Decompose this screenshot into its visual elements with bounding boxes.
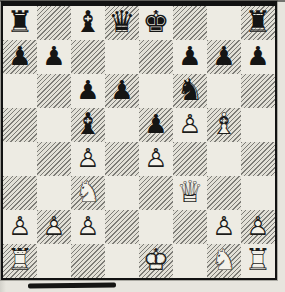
piece-white-knight: ♞♘: [207, 244, 241, 278]
white-piece-outline: ♘: [207, 243, 241, 277]
square-d7: [105, 40, 139, 74]
square-h8: ♜: [241, 6, 275, 40]
square-a2: ♟♙: [3, 210, 37, 244]
square-c1: [71, 244, 105, 278]
square-c6: ♟: [71, 74, 105, 108]
square-g4: [207, 142, 241, 176]
square-d5: [105, 108, 139, 142]
square-h3: [241, 176, 275, 210]
piece-white-pawn: ♟♙: [241, 210, 275, 244]
square-b4: [37, 142, 71, 176]
square-d8: ♛: [105, 6, 139, 40]
square-a1: ♜♖: [3, 244, 37, 278]
square-b6: [37, 74, 71, 108]
square-c8: ♝: [71, 6, 105, 40]
white-piece-outline: ♙: [71, 209, 105, 243]
piece-black-queen: ♛: [105, 6, 139, 40]
square-h7: ♟: [241, 40, 275, 74]
piece-white-king: ♚♔: [139, 244, 173, 278]
square-c5: ♝: [71, 108, 105, 142]
square-d1: [105, 244, 139, 278]
black-piece-glyph: ♟: [173, 39, 207, 73]
black-piece-glyph: ♟: [241, 39, 275, 73]
piece-black-pawn: ♟: [241, 40, 275, 74]
piece-white-pawn: ♟♙: [173, 108, 207, 142]
piece-black-pawn: ♟: [207, 40, 241, 74]
piece-white-pawn: ♟♙: [3, 210, 37, 244]
square-e3: [139, 176, 173, 210]
white-piece-outline: ♕: [173, 175, 207, 209]
black-piece-glyph: ♟: [37, 39, 71, 73]
square-e1: ♚♔: [139, 244, 173, 278]
piece-black-pawn: ♟: [105, 74, 139, 108]
square-f6: ♞: [173, 74, 207, 108]
white-piece-outline: ♔: [139, 243, 173, 277]
piece-white-rook: ♜♖: [3, 244, 37, 278]
white-piece-outline: ♙: [173, 107, 207, 141]
square-b3: [37, 176, 71, 210]
square-d4: [105, 142, 139, 176]
square-a3: [3, 176, 37, 210]
square-h5: [241, 108, 275, 142]
piece-black-rook: ♜: [241, 6, 275, 40]
square-f3: ♛♕: [173, 176, 207, 210]
square-d3: [105, 176, 139, 210]
square-e6: [139, 74, 173, 108]
piece-black-rook: ♜: [3, 6, 37, 40]
square-g8: [207, 6, 241, 40]
square-a4: [3, 142, 37, 176]
print-artifact-smudge: [28, 283, 116, 289]
black-piece-glyph: ♟: [207, 39, 241, 73]
piece-white-queen: ♛♕: [173, 176, 207, 210]
black-piece-glyph: ♟: [3, 39, 37, 73]
black-piece-glyph: ♟: [139, 107, 173, 141]
white-piece-outline: ♙: [139, 141, 173, 175]
square-h2: ♟♙: [241, 210, 275, 244]
square-b8: [37, 6, 71, 40]
piece-white-knight: ♞♘: [71, 176, 105, 210]
piece-black-pawn: ♟: [37, 40, 71, 74]
square-g6: [207, 74, 241, 108]
square-f4: [173, 142, 207, 176]
square-g3: [207, 176, 241, 210]
piece-black-pawn: ♟: [139, 108, 173, 142]
scanned-diagram: ♜♝♛♚♜♟♟♟♟♟♟♟♞♝♟♟♙♝♗♟♙♟♙♞♘♛♕♟♙♟♙♟♙♟♙♟♙♜♖♚…: [0, 0, 285, 292]
square-h6: [241, 74, 275, 108]
square-b1: [37, 244, 71, 278]
square-c2: ♟♙: [71, 210, 105, 244]
square-h1: ♜♖: [241, 244, 275, 278]
piece-white-pawn: ♟♙: [71, 210, 105, 244]
black-piece-glyph: ♜: [241, 5, 275, 39]
piece-black-king: ♚: [139, 6, 173, 40]
square-g1: ♞♘: [207, 244, 241, 278]
square-f5: ♟♙: [173, 108, 207, 142]
chess-board: ♜♝♛♚♜♟♟♟♟♟♟♟♞♝♟♟♙♝♗♟♙♟♙♞♘♛♕♟♙♟♙♟♙♟♙♟♙♜♖♚…: [1, 1, 277, 280]
square-f1: [173, 244, 207, 278]
piece-white-bishop: ♝♗: [207, 108, 241, 142]
piece-white-rook: ♜♖: [241, 244, 275, 278]
piece-black-knight: ♞: [173, 74, 207, 108]
square-g2: ♟♙: [207, 210, 241, 244]
white-piece-outline: ♙: [207, 209, 241, 243]
piece-black-pawn: ♟: [173, 40, 207, 74]
piece-black-bishop: ♝: [71, 108, 105, 142]
square-e2: [139, 210, 173, 244]
square-d6: ♟: [105, 74, 139, 108]
square-f7: ♟: [173, 40, 207, 74]
black-piece-glyph: ♟: [105, 73, 139, 107]
white-piece-outline: ♙: [37, 209, 71, 243]
white-piece-outline: ♙: [71, 141, 105, 175]
black-piece-glyph: ♛: [105, 5, 139, 39]
square-a7: ♟: [3, 40, 37, 74]
square-a6: [3, 74, 37, 108]
square-c3: ♞♘: [71, 176, 105, 210]
white-piece-outline: ♖: [3, 243, 37, 277]
square-g7: ♟: [207, 40, 241, 74]
square-h4: [241, 142, 275, 176]
piece-black-pawn: ♟: [3, 40, 37, 74]
square-b2: ♟♙: [37, 210, 71, 244]
black-piece-glyph: ♝: [71, 5, 105, 39]
piece-white-pawn: ♟♙: [139, 142, 173, 176]
square-f8: [173, 6, 207, 40]
black-piece-glyph: ♜: [3, 5, 37, 39]
square-c7: [71, 40, 105, 74]
white-piece-outline: ♘: [71, 175, 105, 209]
white-piece-outline: ♙: [241, 209, 275, 243]
piece-white-pawn: ♟♙: [37, 210, 71, 244]
square-e5: ♟: [139, 108, 173, 142]
piece-black-pawn: ♟: [71, 74, 105, 108]
square-c4: ♟♙: [71, 142, 105, 176]
piece-white-pawn: ♟♙: [71, 142, 105, 176]
white-piece-outline: ♖: [241, 243, 275, 277]
square-g5: ♝♗: [207, 108, 241, 142]
black-piece-glyph: ♚: [139, 5, 173, 39]
piece-white-pawn: ♟♙: [207, 210, 241, 244]
square-f2: [173, 210, 207, 244]
square-b5: [37, 108, 71, 142]
piece-black-bishop: ♝: [71, 6, 105, 40]
black-piece-glyph: ♝: [71, 107, 105, 141]
black-piece-glyph: ♟: [71, 73, 105, 107]
white-piece-outline: ♗: [207, 107, 241, 141]
square-d2: [105, 210, 139, 244]
white-piece-outline: ♙: [3, 209, 37, 243]
square-b7: ♟: [37, 40, 71, 74]
square-e7: [139, 40, 173, 74]
square-e8: ♚: [139, 6, 173, 40]
square-e4: ♟♙: [139, 142, 173, 176]
black-piece-glyph: ♞: [173, 73, 207, 107]
square-a5: [3, 108, 37, 142]
square-a8: ♜: [3, 6, 37, 40]
